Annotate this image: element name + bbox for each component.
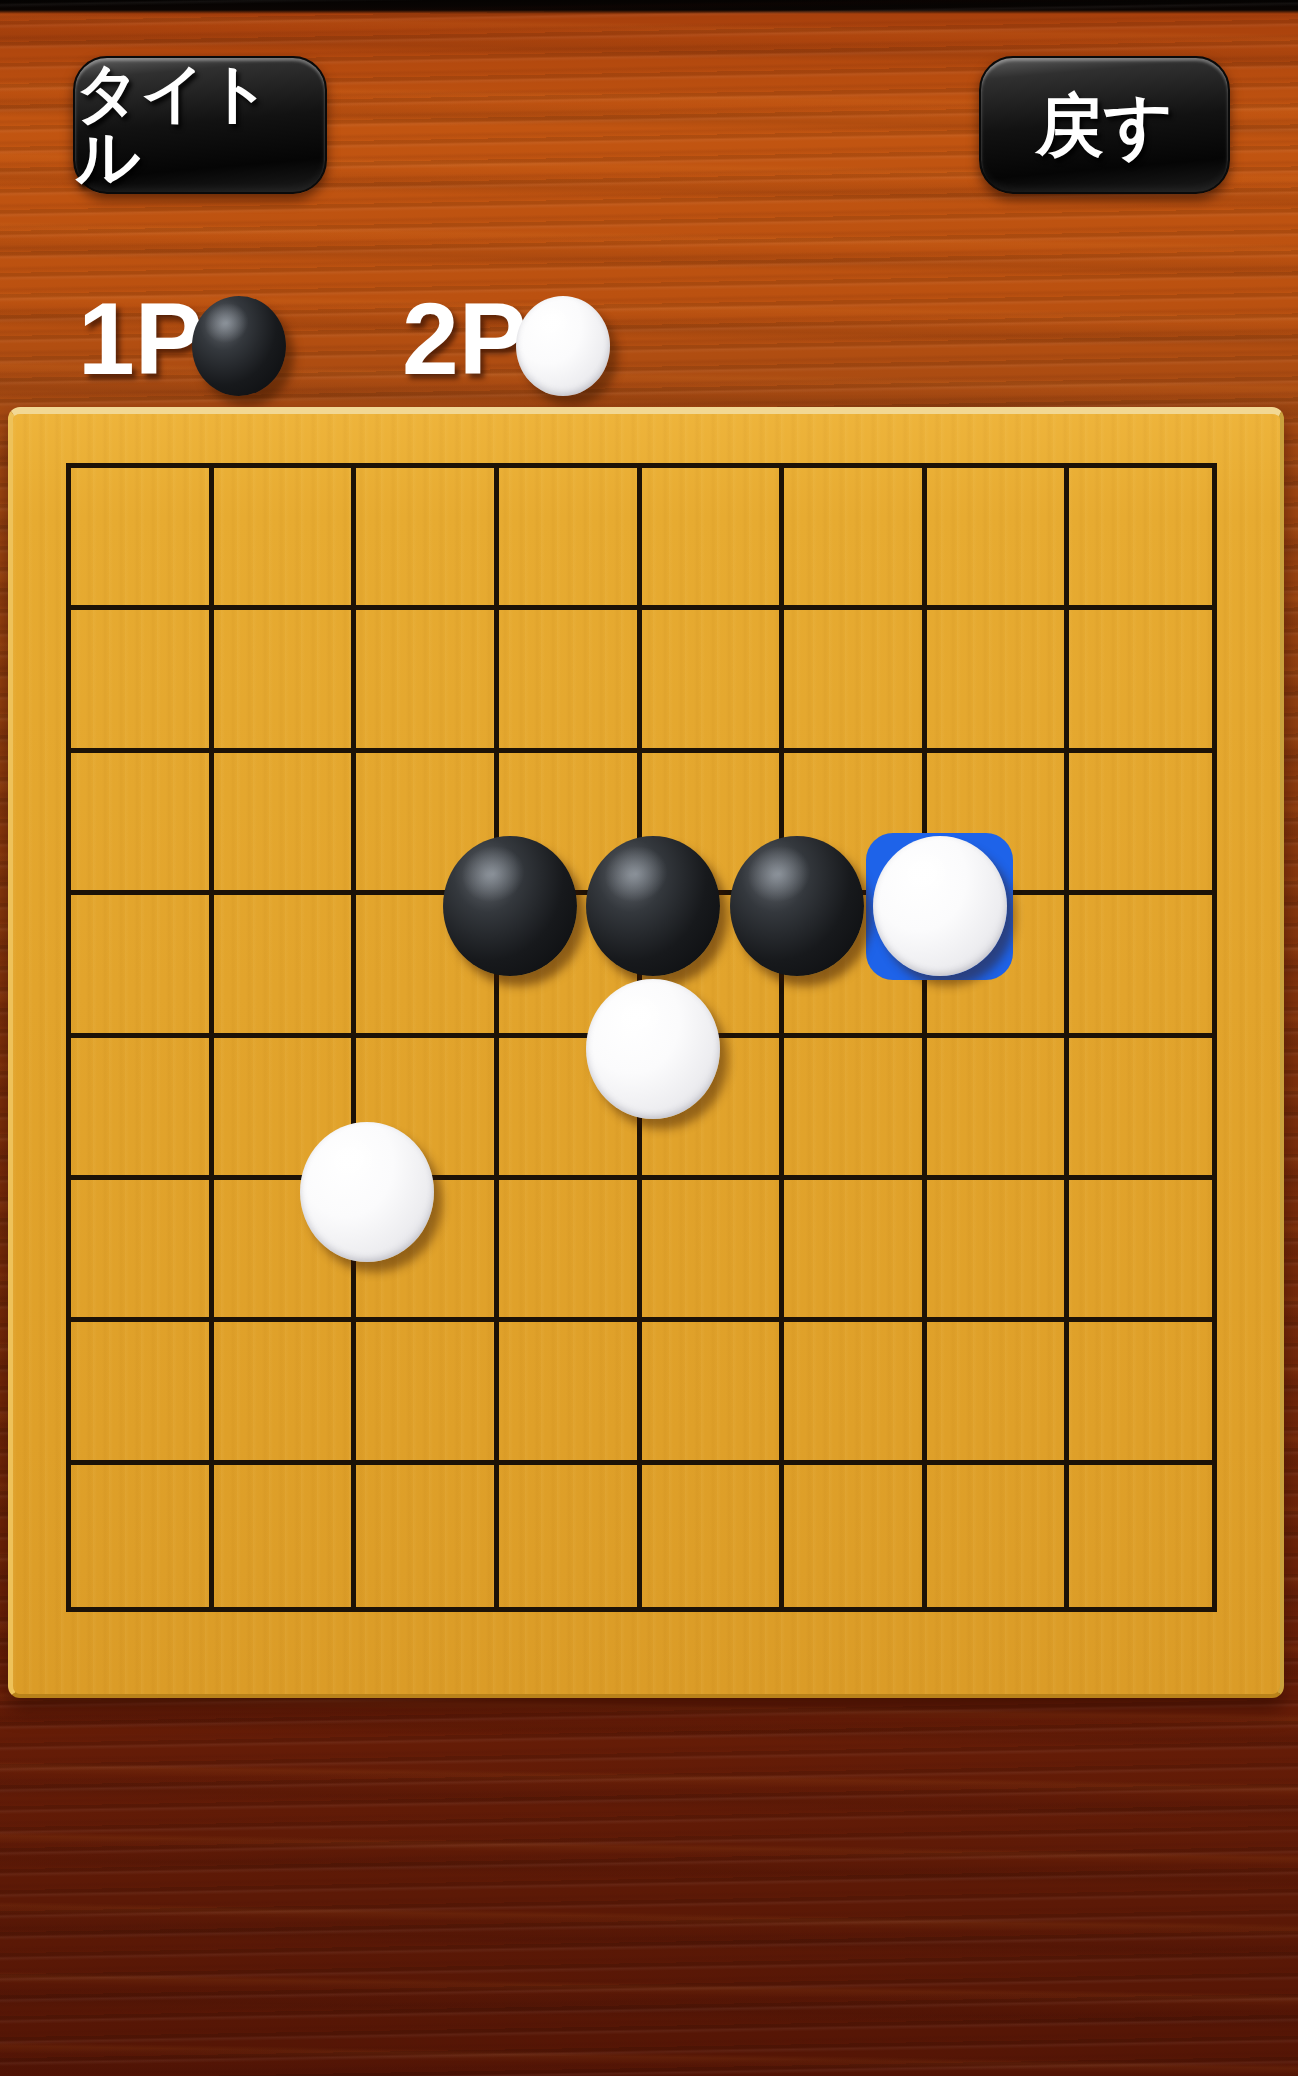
app-screen: タイトル 戻す 1P 2P (0, 0, 1298, 2076)
board-intersection-7,7[interactable] (1035, 1430, 1131, 1526)
board-intersection-7,6[interactable] (1035, 1287, 1131, 1383)
board-intersection-3,6[interactable] (462, 1287, 558, 1383)
board-intersection-2,0[interactable] (319, 429, 415, 525)
board-intersection-8,7[interactable] (1178, 1430, 1274, 1526)
board-intersection-4,6[interactable] (605, 1287, 701, 1383)
board-intersection-7,5[interactable] (1035, 1144, 1131, 1240)
title-button[interactable]: タイトル (73, 56, 327, 194)
board-intersection-1,8[interactable] (176, 1573, 272, 1669)
board-intersection-1,2[interactable] (176, 715, 272, 811)
board-intersection-4,3[interactable] (605, 858, 701, 954)
board-intersection-1,6[interactable] (176, 1287, 272, 1383)
board-intersection-1,7[interactable] (176, 1430, 272, 1526)
board-intersection-0,4[interactable] (33, 1001, 129, 1097)
board-intersection-5,8[interactable] (749, 1573, 845, 1669)
board-intersection-1,5[interactable] (176, 1144, 272, 1240)
player2-label: 2P (402, 288, 527, 390)
board-intersection-3,3[interactable] (462, 858, 558, 954)
board-intersection-2,1[interactable] (319, 572, 415, 668)
board-intersection-5,3[interactable] (749, 858, 845, 954)
board-intersection-0,1[interactable] (33, 572, 129, 668)
board-intersection-0,7[interactable] (33, 1430, 129, 1526)
board-intersection-0,2[interactable] (33, 715, 129, 811)
board-intersection-7,4[interactable] (1035, 1001, 1131, 1097)
board-intersection-4,0[interactable] (605, 429, 701, 525)
board-intersection-5,4[interactable] (749, 1001, 845, 1097)
board-intersection-7,3[interactable] (1035, 858, 1131, 954)
board-intersection-3,7[interactable] (462, 1430, 558, 1526)
board-intersection-6,6[interactable] (892, 1287, 988, 1383)
board-intersection-3,4[interactable] (462, 1001, 558, 1097)
board-intersection-6,2[interactable] (892, 715, 988, 811)
board-intersection-4,8[interactable] (605, 1573, 701, 1669)
player2-white-stone-icon (516, 296, 610, 396)
board-intersection-1,1[interactable] (176, 572, 272, 668)
board-intersection-3,2[interactable] (462, 715, 558, 811)
board-intersection-4,5[interactable] (605, 1144, 701, 1240)
board-intersection-7,2[interactable] (1035, 715, 1131, 811)
board-intersection-7,1[interactable] (1035, 572, 1131, 668)
player1-label: 1P (78, 288, 203, 390)
board-intersection-2,4[interactable] (319, 1001, 415, 1097)
board-intersection-3,1[interactable] (462, 572, 558, 668)
board-intersection-2,2[interactable] (319, 715, 415, 811)
board-intersection-1,0[interactable] (176, 429, 272, 525)
board-intersection-1,3[interactable] (176, 858, 272, 954)
board-intersection-2,3[interactable] (319, 858, 415, 954)
board-intersection-4,2[interactable] (605, 715, 701, 811)
player1-black-stone-icon (192, 296, 286, 396)
board-intersection-2,7[interactable] (319, 1430, 415, 1526)
board-intersection-1,4[interactable] (176, 1001, 272, 1097)
board-intersection-3,5[interactable] (462, 1144, 558, 1240)
board-intersection-7,8[interactable] (1035, 1573, 1131, 1669)
board-intersection-5,0[interactable] (749, 429, 845, 525)
board-intersection-6,7[interactable] (892, 1430, 988, 1526)
board-intersection-6,3[interactable] (892, 858, 988, 954)
board-intersection-6,0[interactable] (892, 429, 988, 525)
board-intersection-8,0[interactable] (1178, 429, 1274, 525)
board-intersection-0,3[interactable] (33, 858, 129, 954)
board-intersection-8,3[interactable] (1178, 858, 1274, 954)
board-intersection-2,6[interactable] (319, 1287, 415, 1383)
board-intersection-0,6[interactable] (33, 1287, 129, 1383)
board-intersection-6,4[interactable] (892, 1001, 988, 1097)
board-intersection-8,1[interactable] (1178, 572, 1274, 668)
board-intersection-4,7[interactable] (605, 1430, 701, 1526)
board-intersection-8,8[interactable] (1178, 1573, 1274, 1669)
board-intersection-6,1[interactable] (892, 572, 988, 668)
board-intersection-8,2[interactable] (1178, 715, 1274, 811)
board-intersection-2,8[interactable] (319, 1573, 415, 1669)
board-intersection-5,6[interactable] (749, 1287, 845, 1383)
board-intersection-5,7[interactable] (749, 1430, 845, 1526)
board-intersection-0,8[interactable] (33, 1573, 129, 1669)
undo-button[interactable]: 戻す (979, 56, 1230, 194)
board-intersection-8,6[interactable] (1178, 1287, 1274, 1383)
board-intersection-5,5[interactable] (749, 1144, 845, 1240)
board-intersection-8,4[interactable] (1178, 1001, 1274, 1097)
board-intersection-4,1[interactable] (605, 572, 701, 668)
board-intersection-4,4[interactable] (605, 1001, 701, 1097)
board-intersection-5,2[interactable] (749, 715, 845, 811)
board-intersection-0,5[interactable] (33, 1144, 129, 1240)
board-intersection-3,8[interactable] (462, 1573, 558, 1669)
board-intersection-3,0[interactable] (462, 429, 558, 525)
board-intersection-7,0[interactable] (1035, 429, 1131, 525)
board-intersection-6,5[interactable] (892, 1144, 988, 1240)
board-intersection-5,1[interactable] (749, 572, 845, 668)
board-intersection-2,5[interactable] (319, 1144, 415, 1240)
board-intersection-8,5[interactable] (1178, 1144, 1274, 1240)
board-intersection-6,8[interactable] (892, 1573, 988, 1669)
board-intersection-0,0[interactable] (33, 429, 129, 525)
